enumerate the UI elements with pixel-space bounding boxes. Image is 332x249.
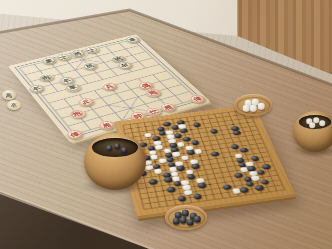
go-stone-white[interactable] <box>243 105 250 112</box>
go-stone-black[interactable] <box>194 216 201 223</box>
go-stone-black[interactable] <box>106 145 112 151</box>
xiangqi-captured-piece[interactable]: 卒 <box>7 100 21 110</box>
go-stone-black[interactable] <box>173 218 180 225</box>
go-stone-black[interactable] <box>182 210 189 217</box>
go-stone-black[interactable] <box>190 213 197 220</box>
go-stone-bowl-right[interactable] <box>293 111 332 152</box>
go-stone-black[interactable] <box>180 217 187 224</box>
go-stone-lid-bottom[interactable] <box>165 205 207 230</box>
go-stone-white[interactable] <box>258 103 265 110</box>
go-stone-white[interactable] <box>245 100 252 107</box>
go-stone-white[interactable] <box>252 99 259 106</box>
go-stone-black[interactable] <box>121 147 127 153</box>
go-stone-black[interactable] <box>187 219 194 226</box>
right-bowl-opening <box>299 115 331 129</box>
go-stone-lid-top[interactable] <box>234 94 272 116</box>
left-bowl-opening <box>92 138 138 157</box>
go-stone-white[interactable] <box>319 120 325 126</box>
xiangqi-captured-piece[interactable]: 馬 <box>2 90 16 100</box>
go-stone-black[interactable] <box>114 143 120 149</box>
go-stone-bowl-left[interactable] <box>84 133 146 190</box>
scene: 象士將士車砲馬砲卒卒卒車兵兵傌炮炮俥相帥仕相俥 馬卒 <box>0 0 332 249</box>
go-stone-white[interactable] <box>309 122 315 128</box>
go-stone-black[interactable] <box>175 212 182 219</box>
go-stone-white[interactable] <box>250 105 257 112</box>
